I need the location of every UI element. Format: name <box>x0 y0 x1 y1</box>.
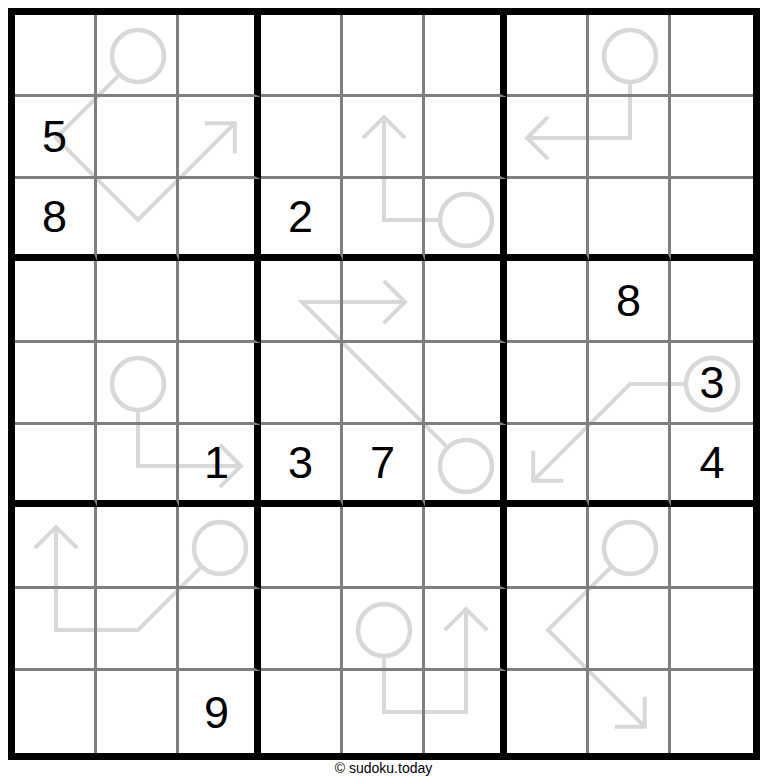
cell-r9c9[interactable] <box>671 671 753 753</box>
cell-r5c1[interactable] <box>15 343 97 425</box>
cell-r4c3[interactable] <box>179 261 261 343</box>
cell-r7c1[interactable] <box>15 507 97 589</box>
cell-r5c6[interactable] <box>425 343 507 425</box>
cell-r7c6[interactable] <box>425 507 507 589</box>
cell-r6c7[interactable] <box>507 425 589 507</box>
cell-r2c6[interactable] <box>425 97 507 179</box>
given-digit-r6c9[interactable]: 4 <box>671 425 753 507</box>
cell-r9c5[interactable] <box>343 671 425 753</box>
cell-r6c1[interactable] <box>15 425 97 507</box>
cell-r3c3[interactable] <box>179 179 261 261</box>
given-digit-r6c3[interactable]: 1 <box>179 425 261 507</box>
cell-r1c1[interactable] <box>15 15 97 97</box>
given-digit-r5c9[interactable]: 3 <box>671 343 753 425</box>
cell-r7c7[interactable] <box>507 507 589 589</box>
copyright-text: © sudoku.today <box>0 760 767 776</box>
cell-r4c6[interactable] <box>425 261 507 343</box>
cell-r3c8[interactable] <box>589 179 671 261</box>
given-digit-r3c1[interactable]: 8 <box>15 179 97 261</box>
cell-r2c3[interactable] <box>179 97 261 179</box>
cell-r5c3[interactable] <box>179 343 261 425</box>
cell-r3c7[interactable] <box>507 179 589 261</box>
cell-r6c6[interactable] <box>425 425 507 507</box>
cell-r9c2[interactable] <box>97 671 179 753</box>
cell-r1c8[interactable] <box>589 15 671 97</box>
given-digit-r4c8[interactable]: 8 <box>589 261 671 343</box>
cell-r1c3[interactable] <box>179 15 261 97</box>
cell-r3c2[interactable] <box>97 179 179 261</box>
cell-r3c6[interactable] <box>425 179 507 261</box>
cell-r5c2[interactable] <box>97 343 179 425</box>
given-digit-r2c1[interactable]: 5 <box>15 97 97 179</box>
cell-r8c9[interactable] <box>671 589 753 671</box>
cell-r8c4[interactable] <box>261 589 343 671</box>
cell-r8c1[interactable] <box>15 589 97 671</box>
cell-r2c9[interactable] <box>671 97 753 179</box>
sudoku-board: 5828313749 <box>8 8 760 760</box>
cell-r7c2[interactable] <box>97 507 179 589</box>
cell-r5c8[interactable] <box>589 343 671 425</box>
cell-r5c7[interactable] <box>507 343 589 425</box>
cell-r3c9[interactable] <box>671 179 753 261</box>
cell-r2c5[interactable] <box>343 97 425 179</box>
cell-r8c6[interactable] <box>425 589 507 671</box>
cell-r6c2[interactable] <box>97 425 179 507</box>
cell-r4c4[interactable] <box>261 261 343 343</box>
cell-r4c1[interactable] <box>15 261 97 343</box>
cell-r7c3[interactable] <box>179 507 261 589</box>
puzzle-stage: 5828313749 © sudoku.today <box>0 0 767 777</box>
cell-r9c7[interactable] <box>507 671 589 753</box>
cell-r1c4[interactable] <box>261 15 343 97</box>
cell-r4c2[interactable] <box>97 261 179 343</box>
cell-r1c9[interactable] <box>671 15 753 97</box>
cell-r7c4[interactable] <box>261 507 343 589</box>
cell-r9c1[interactable] <box>15 671 97 753</box>
cell-r1c2[interactable] <box>97 15 179 97</box>
cell-r8c7[interactable] <box>507 589 589 671</box>
cell-r9c6[interactable] <box>425 671 507 753</box>
given-digit-r9c3[interactable]: 9 <box>179 671 261 753</box>
cell-r1c5[interactable] <box>343 15 425 97</box>
given-digit-r3c4[interactable]: 2 <box>261 179 343 261</box>
cell-r1c7[interactable] <box>507 15 589 97</box>
given-digit-r6c5[interactable]: 7 <box>343 425 425 507</box>
sudoku-grid: 5828313749 <box>15 15 753 753</box>
cell-r8c8[interactable] <box>589 589 671 671</box>
cell-r8c3[interactable] <box>179 589 261 671</box>
cell-r6c8[interactable] <box>589 425 671 507</box>
cell-r4c9[interactable] <box>671 261 753 343</box>
cell-r7c9[interactable] <box>671 507 753 589</box>
cell-r3c5[interactable] <box>343 179 425 261</box>
cell-r2c8[interactable] <box>589 97 671 179</box>
cell-r2c4[interactable] <box>261 97 343 179</box>
cell-r7c8[interactable] <box>589 507 671 589</box>
cell-r8c5[interactable] <box>343 589 425 671</box>
cell-r2c2[interactable] <box>97 97 179 179</box>
cell-r5c4[interactable] <box>261 343 343 425</box>
cell-r9c8[interactable] <box>589 671 671 753</box>
given-digit-r6c4[interactable]: 3 <box>261 425 343 507</box>
cell-r5c5[interactable] <box>343 343 425 425</box>
cell-r9c4[interactable] <box>261 671 343 753</box>
cell-r4c7[interactable] <box>507 261 589 343</box>
cell-r8c2[interactable] <box>97 589 179 671</box>
cell-r4c5[interactable] <box>343 261 425 343</box>
cell-r7c5[interactable] <box>343 507 425 589</box>
cell-r2c7[interactable] <box>507 97 589 179</box>
cell-r1c6[interactable] <box>425 15 507 97</box>
